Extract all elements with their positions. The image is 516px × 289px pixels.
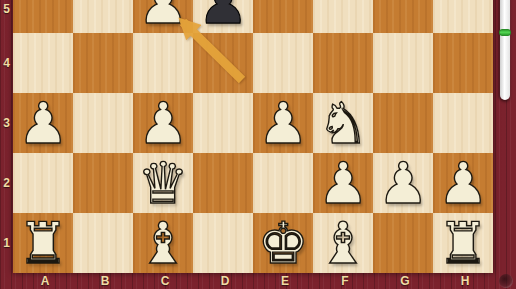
square-f2[interactable]: ♟︎ (313, 153, 373, 213)
file-label-f: F (315, 273, 375, 289)
square-f4[interactable] (313, 33, 373, 93)
rank-label-3: 3 (0, 116, 13, 130)
square-b4[interactable] (73, 33, 133, 93)
square-h1[interactable]: ♜︎ (433, 213, 493, 273)
scroll-position-marker (499, 29, 511, 36)
square-e5[interactable] (253, 0, 313, 33)
white-pawn-a3[interactable]: ♟︎ (17, 95, 68, 152)
corner-button[interactable] (499, 274, 513, 288)
square-f1[interactable]: ♝︎ (313, 213, 373, 273)
file-label-a: A (15, 273, 75, 289)
white-pawn-g2[interactable]: ♟︎ (377, 155, 428, 212)
white-pawn-c3[interactable]: ♟︎ (137, 95, 188, 152)
white-pawn-c5[interactable]: ♟︎ (137, 0, 188, 32)
square-c1[interactable]: ♝︎ (133, 213, 193, 273)
square-c2[interactable]: ♛︎ (133, 153, 193, 213)
square-d4[interactable] (193, 33, 253, 93)
square-f5[interactable] (313, 0, 373, 33)
square-g5[interactable] (373, 0, 433, 33)
square-b3[interactable] (73, 93, 133, 153)
square-f3[interactable]: ♞︎ (313, 93, 373, 153)
white-bishop-c1[interactable]: ♝︎ (137, 215, 188, 272)
white-pawn-f2[interactable]: ♟︎ (317, 155, 368, 212)
white-knight-f3[interactable]: ♞︎ (317, 95, 368, 152)
square-g3[interactable] (373, 93, 433, 153)
square-b1[interactable] (73, 213, 133, 273)
rank-label-1: 1 (0, 236, 13, 250)
rank-label-5: 5 (0, 2, 13, 16)
file-label-d: D (195, 273, 255, 289)
square-g2[interactable]: ♟︎ (373, 153, 433, 213)
file-label-h: H (435, 273, 495, 289)
file-coordinates: ABCDEFGH (13, 273, 493, 289)
white-pawn-e3[interactable]: ♟︎ (257, 95, 308, 152)
chess-app-window: ♟︎♟︎♟︎♟︎♟︎♞︎♛︎♟︎♟︎♟︎♜︎♝︎♚︎♝︎♜︎ 54321 ABC… (0, 0, 516, 289)
file-label-b: B (75, 273, 135, 289)
white-king-e1[interactable]: ♚︎ (257, 215, 308, 272)
white-rook-a1[interactable]: ♜︎ (17, 215, 68, 272)
square-e2[interactable] (253, 153, 313, 213)
square-a4[interactable] (13, 33, 73, 93)
file-label-e: E (255, 273, 315, 289)
square-a5[interactable] (13, 0, 73, 33)
square-h4[interactable] (433, 33, 493, 93)
square-a1[interactable]: ♜︎ (13, 213, 73, 273)
square-d2[interactable] (193, 153, 253, 213)
rank-label-4: 4 (0, 56, 13, 70)
white-bishop-f1[interactable]: ♝︎ (317, 215, 368, 272)
file-label-c: C (135, 273, 195, 289)
rank-label-2: 2 (0, 176, 13, 190)
square-e1[interactable]: ♚︎ (253, 213, 313, 273)
white-pawn-h2[interactable]: ♟︎ (437, 155, 488, 212)
white-rook-h1[interactable]: ♜︎ (437, 215, 488, 272)
square-c4[interactable] (133, 33, 193, 93)
white-queen-c2[interactable]: ♛︎ (137, 155, 188, 212)
square-c3[interactable]: ♟︎ (133, 93, 193, 153)
square-a2[interactable] (13, 153, 73, 213)
square-g1[interactable] (373, 213, 433, 273)
square-e3[interactable]: ♟︎ (253, 93, 313, 153)
square-g4[interactable] (373, 33, 433, 93)
square-d5[interactable]: ♟︎ (193, 0, 253, 33)
square-h2[interactable]: ♟︎ (433, 153, 493, 213)
black-pawn-d5[interactable]: ♟︎ (197, 0, 248, 32)
chess-board: ♟︎♟︎♟︎♟︎♟︎♞︎♛︎♟︎♟︎♟︎♜︎♝︎♚︎♝︎♜︎ (13, 0, 493, 273)
square-b5[interactable] (73, 0, 133, 33)
square-h5[interactable] (433, 0, 493, 33)
square-a3[interactable]: ♟︎ (13, 93, 73, 153)
square-d3[interactable] (193, 93, 253, 153)
scrollbar-thumb[interactable] (500, 0, 510, 100)
square-d1[interactable] (193, 213, 253, 273)
square-e4[interactable] (253, 33, 313, 93)
square-c5[interactable]: ♟︎ (133, 0, 193, 33)
file-label-g: G (375, 273, 435, 289)
rank-coordinates: 54321 (0, 0, 13, 289)
square-h3[interactable] (433, 93, 493, 153)
square-b2[interactable] (73, 153, 133, 213)
